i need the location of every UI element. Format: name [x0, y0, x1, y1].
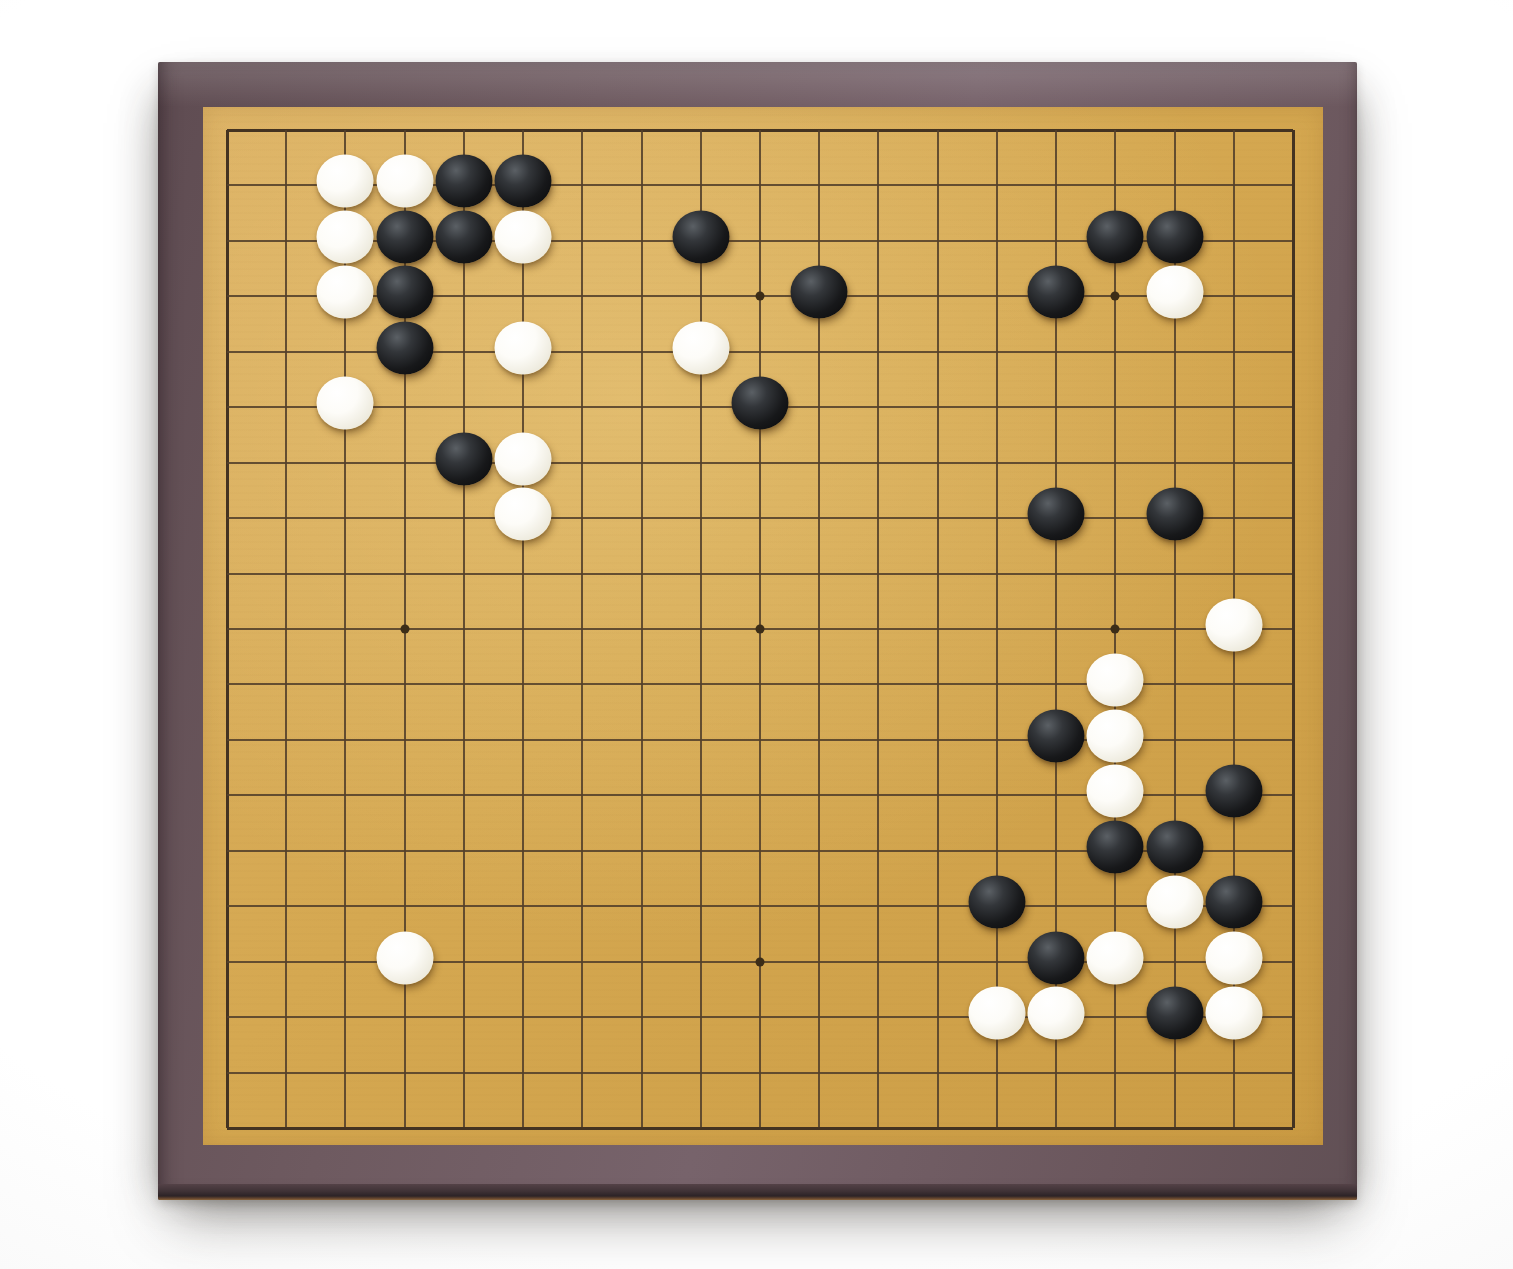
board-grid [227, 130, 1293, 1128]
grid-line-horizontal-19 [227, 1127, 1293, 1130]
star-point [756, 625, 765, 634]
black-stone [1028, 931, 1085, 984]
star-point [756, 957, 765, 966]
go-board [158, 62, 1357, 1200]
white-stone [1146, 266, 1203, 319]
black-stone [1028, 709, 1085, 762]
black-stone [495, 155, 552, 208]
black-stone [1087, 820, 1144, 873]
white-stone [495, 432, 552, 485]
black-stone [732, 377, 789, 430]
star-point [400, 625, 409, 634]
white-stone [376, 931, 433, 984]
white-stone [1205, 931, 1262, 984]
black-stone [376, 321, 433, 374]
grid-line-vertical-12 [877, 130, 879, 1128]
black-stone [435, 155, 492, 208]
white-stone [1028, 987, 1085, 1040]
white-stone [495, 488, 552, 541]
black-stone [376, 266, 433, 319]
board-surface [203, 107, 1323, 1145]
white-stone [376, 155, 433, 208]
grid-line-vertical-19 [1292, 130, 1295, 1128]
white-stone [317, 377, 374, 430]
white-stone [1146, 876, 1203, 929]
photo-backdrop [0, 0, 1513, 1269]
white-stone [1205, 599, 1262, 652]
star-point [756, 292, 765, 301]
white-stone [495, 210, 552, 263]
black-stone [435, 210, 492, 263]
black-stone [1028, 266, 1085, 319]
black-stone [1146, 210, 1203, 263]
black-stone [1205, 765, 1262, 818]
black-stone [1146, 987, 1203, 1040]
grid-line-vertical-14 [996, 130, 998, 1128]
white-stone [968, 987, 1025, 1040]
grid-line-vertical-13 [937, 130, 939, 1128]
black-stone [672, 210, 729, 263]
white-stone [317, 210, 374, 263]
white-stone [317, 155, 374, 208]
black-stone [1146, 488, 1203, 541]
grid-line-horizontal-18 [227, 1072, 1293, 1074]
black-stone [1205, 876, 1262, 929]
black-stone [376, 210, 433, 263]
black-stone [435, 432, 492, 485]
white-stone [1087, 709, 1144, 762]
white-stone [317, 266, 374, 319]
black-stone [791, 266, 848, 319]
black-stone [1087, 210, 1144, 263]
black-stone [1146, 820, 1203, 873]
grid-line-horizontal-17 [227, 1016, 1293, 1018]
grid-line-horizontal-15 [227, 905, 1293, 907]
star-point [1111, 292, 1120, 301]
black-stone [968, 876, 1025, 929]
white-stone [672, 321, 729, 374]
white-stone [1087, 931, 1144, 984]
white-stone [1205, 987, 1262, 1040]
white-stone [495, 321, 552, 374]
white-stone [1087, 765, 1144, 818]
star-point [1111, 625, 1120, 634]
black-stone [1028, 488, 1085, 541]
white-stone [1087, 654, 1144, 707]
